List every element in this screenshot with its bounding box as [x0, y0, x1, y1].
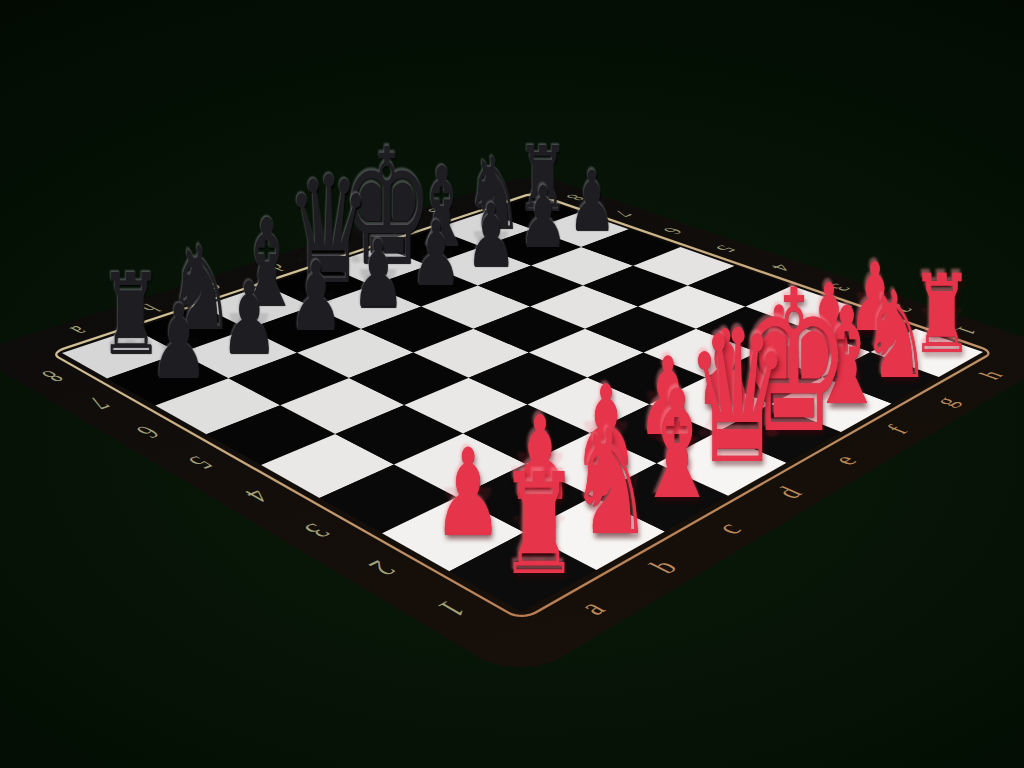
chess-board: aabbccddeeffgghh8877665544332211 [0, 0, 1024, 768]
chessboard-scene: aabbccddeeffgghh8877665544332211 ♜♜♞♞♝♝♛… [0, 0, 1024, 768]
